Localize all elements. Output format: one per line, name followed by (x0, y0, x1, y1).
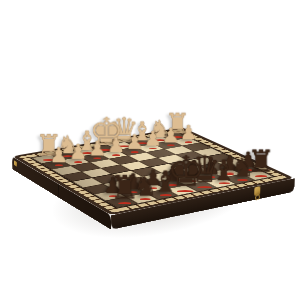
brass-hinge-hook (14, 160, 18, 167)
piece-black-rook-h8[interactable]: ♜ (106, 172, 143, 204)
product-photo-scene: ♜♞♝♚♛♝♞♜♟♟♟♟♟♟♟♟♟♟♟♟♟♟♟♟♜♞♝♚♛♝♞♜ (0, 0, 300, 300)
piece-white-pawn-h2[interactable]: ♟ (42, 145, 76, 166)
brass-clasp (254, 186, 260, 196)
